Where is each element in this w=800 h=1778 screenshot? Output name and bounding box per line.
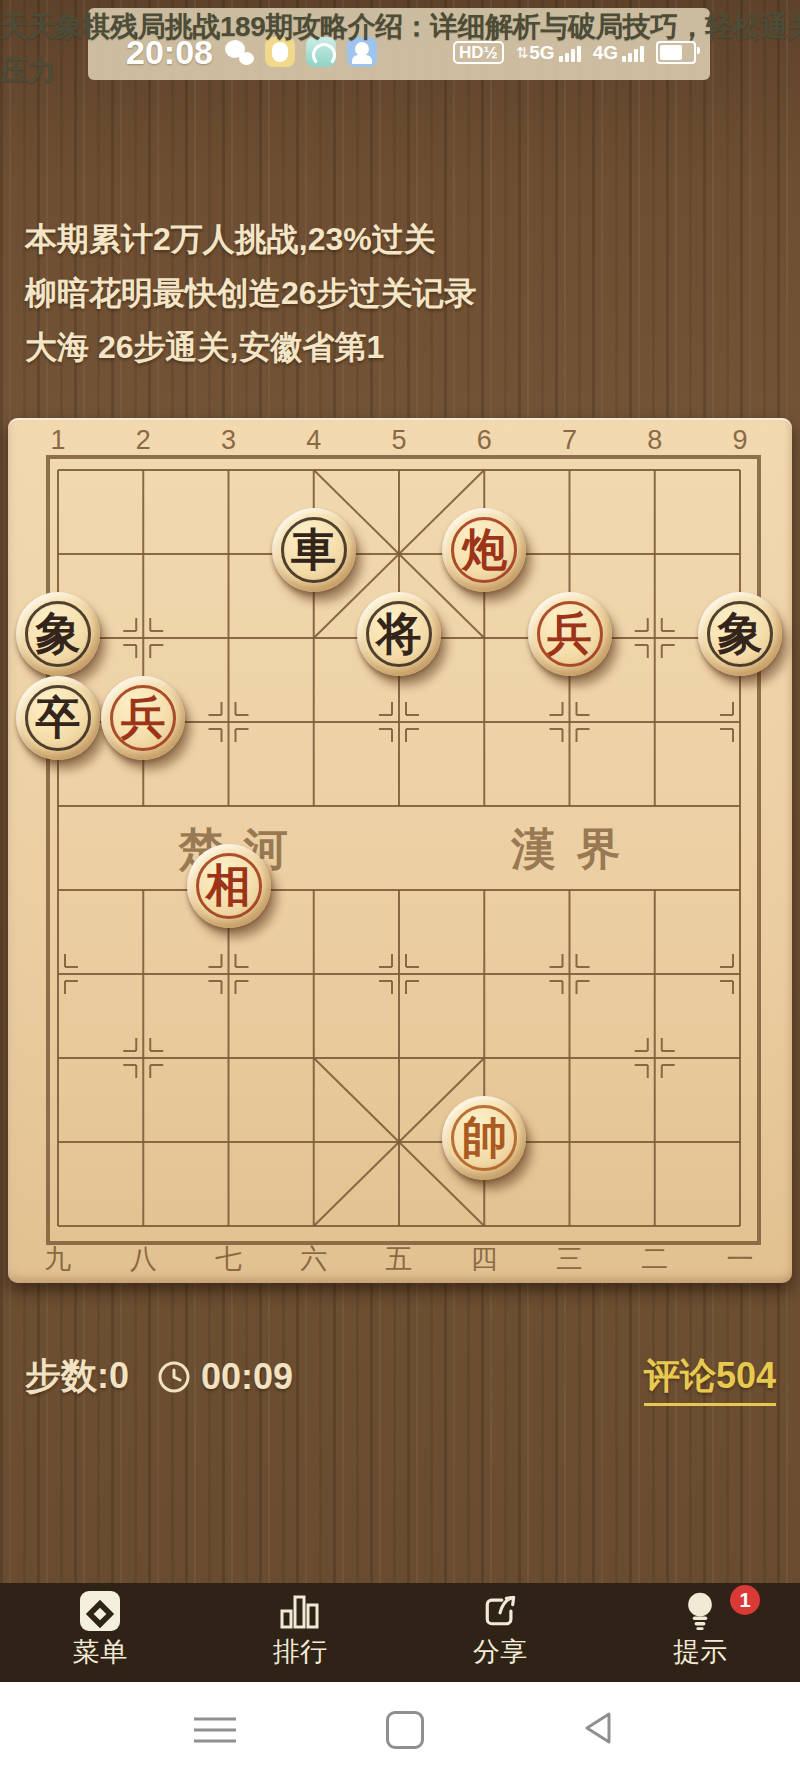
android-recents-icon[interactable] <box>194 1710 236 1751</box>
bottom-navbar: 菜单 排行 分享 提示 1 <box>0 1583 800 1682</box>
piece-red-elephant[interactable]: 相 <box>187 844 271 928</box>
file-label-bottom-4: 六 <box>300 1241 327 1277</box>
challenge-stats: 本期累计2万人挑战,23%过关 柳暗花明最快创造26步过关记录 大海 26步通关… <box>25 212 477 374</box>
file-label-bottom-6: 四 <box>471 1241 498 1277</box>
piece-red-general[interactable]: 帥 <box>442 1096 526 1180</box>
piece-black-elephant[interactable]: 象 <box>16 592 100 676</box>
file-label-top-2: 2 <box>136 425 151 456</box>
nav-hint-button[interactable]: 提示 1 <box>600 1583 800 1682</box>
video-title-line2: 压力 <box>0 52 800 90</box>
file-label-top-7: 7 <box>562 425 577 456</box>
move-counter: 步数:0 <box>25 1352 129 1401</box>
clock-icon <box>157 1360 191 1394</box>
piece-black-soldier[interactable]: 卒 <box>16 676 100 760</box>
piece-black-elephant[interactable]: 象 <box>698 592 782 676</box>
piece-glyph: 炮 <box>442 508 526 592</box>
lightbulb-icon <box>678 1591 722 1631</box>
file-label-top-6: 6 <box>477 425 492 456</box>
android-back-icon[interactable] <box>581 1710 615 1750</box>
file-label-top-3: 3 <box>221 425 236 456</box>
android-home-icon[interactable] <box>386 1711 424 1749</box>
river-label-right: 漢界 <box>491 820 642 879</box>
piece-glyph: 将 <box>357 592 441 676</box>
file-label-top-9: 9 <box>732 425 747 456</box>
file-label-top-4: 4 <box>306 425 321 456</box>
piece-red-soldier[interactable]: 兵 <box>101 676 185 760</box>
file-label-bottom-7: 三 <box>556 1241 583 1277</box>
info-bar: 步数:0 00:09 <box>25 1352 293 1401</box>
file-label-bottom-1: 九 <box>45 1241 72 1277</box>
board-border <box>46 455 761 1245</box>
nav-share-button[interactable]: 分享 <box>400 1583 600 1682</box>
piece-glyph: 象 <box>16 592 100 676</box>
nav-menu-button[interactable]: 菜单 <box>0 1583 200 1682</box>
file-label-bottom-9: 一 <box>727 1241 754 1277</box>
piece-glyph: 相 <box>187 844 271 928</box>
piece-glyph: 象 <box>698 592 782 676</box>
file-label-top-8: 8 <box>647 425 662 456</box>
file-label-top-5: 5 <box>391 425 406 456</box>
piece-glyph: 帥 <box>442 1096 526 1180</box>
timer-value: 00:09 <box>201 1356 293 1398</box>
file-label-top-1: 1 <box>50 425 65 456</box>
stats-line-3: 大海 26步通关,安徽省第1 <box>25 320 477 374</box>
piece-black-general[interactable]: 将 <box>357 592 441 676</box>
piece-red-cannon[interactable]: 炮 <box>442 508 526 592</box>
piece-glyph: 卒 <box>16 676 100 760</box>
nav-ranking-button[interactable]: 排行 <box>200 1583 400 1682</box>
file-label-bottom-5: 五 <box>386 1241 413 1277</box>
video-title-line1: 天天象棋残局挑战189期攻略介绍：详细解析与破局技巧，轻松通关无 <box>0 8 800 46</box>
piece-glyph: 兵 <box>101 676 185 760</box>
file-label-bottom-8: 二 <box>641 1241 668 1277</box>
app-screen: 20:08 HD½ ⇅ 5G 4G 天天象棋残局挑战189期攻略介绍：详细解析与… <box>0 0 800 1778</box>
stats-line-1: 本期累计2万人挑战,23%过关 <box>25 212 477 266</box>
stats-line-2: 柳暗花明最快创造26步过关记录 <box>25 266 477 320</box>
android-navbar <box>0 1682 800 1778</box>
file-label-bottom-2: 八 <box>130 1241 157 1277</box>
share-icon <box>478 1591 522 1631</box>
piece-red-soldier[interactable]: 兵 <box>528 592 612 676</box>
file-label-bottom-3: 七 <box>215 1241 242 1277</box>
comments-link[interactable]: 评论504 <box>644 1352 776 1406</box>
bar-chart-icon <box>278 1591 322 1631</box>
piece-glyph: 車 <box>272 508 356 592</box>
piece-glyph: 兵 <box>528 592 612 676</box>
piece-black-chariot[interactable]: 車 <box>272 508 356 592</box>
hint-badge: 1 <box>730 1585 760 1615</box>
menu-icon <box>80 1591 120 1631</box>
